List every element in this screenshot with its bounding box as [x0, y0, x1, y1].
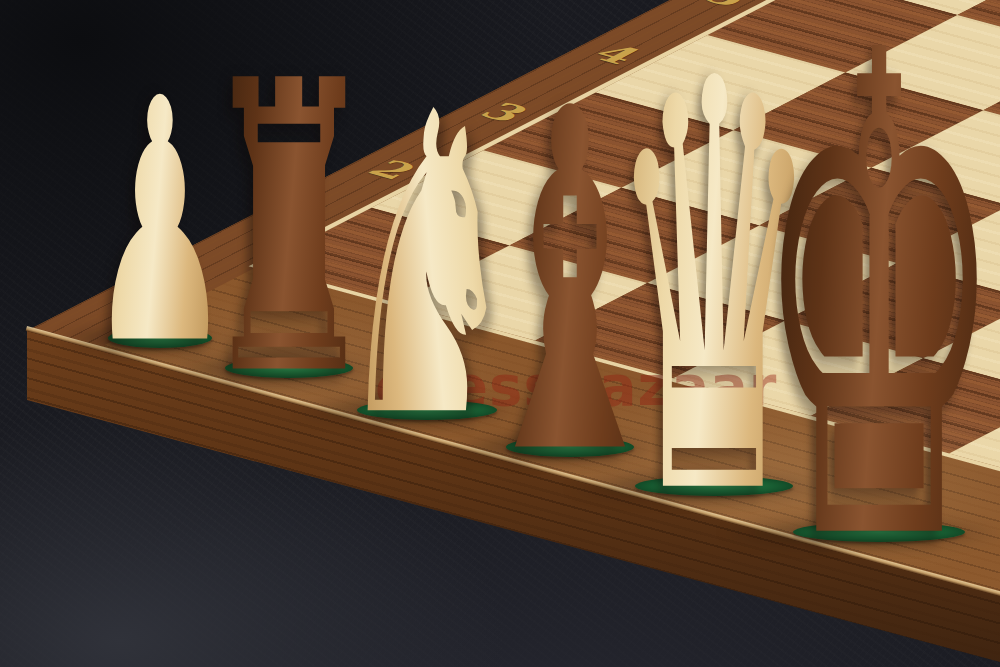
king-glyph: ♚: [754, 0, 1000, 634]
product-photo-stage: 12345678 chessbazaar ♟♜♞♝♛♚: [0, 0, 1000, 667]
